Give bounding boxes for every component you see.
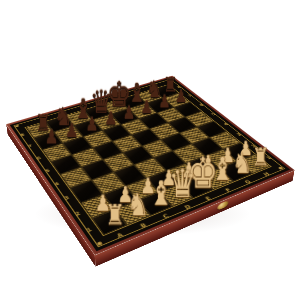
gold-corner-ornament-icon — [15, 125, 20, 128]
file-label-c: C — [162, 213, 170, 219]
piece-black-pawn: ♟ — [85, 115, 98, 132]
file-label-g: G — [244, 179, 252, 184]
file-label-d: D — [183, 204, 192, 210]
gold-corner-ornament-icon — [278, 166, 284, 170]
rank-label-3-left: 3 — [63, 195, 70, 201]
rank-label-7-right: 7 — [187, 94, 193, 97]
piece-white-rook: ♜ — [105, 203, 125, 229]
piece-black-pawn: ♟ — [45, 128, 59, 146]
rank-label-4-right: 4 — [223, 122, 230, 126]
perspective-wrapper: ♜♞♝♛♚♝♞♜♟♟♟♟♟♟♟♟♟♟♟♟♟♟♟♟♜♞♝♛♚♝♞♜ ABCDEFG… — [0, 0, 300, 300]
piece-black-pawn: ♟ — [175, 88, 187, 104]
piece-white-rook: ♜ — [252, 146, 269, 169]
chess-set-photo: ♜♞♝♛♚♝♞♜♟♟♟♟♟♟♟♟♟♟♟♟♟♟♟♟♜♞♝♛♚♝♞♜ ABCDEFG… — [0, 0, 300, 300]
rank-label-6-right: 6 — [198, 103, 204, 106]
piece-black-pawn: ♟ — [158, 93, 170, 109]
file-label-e: E — [204, 196, 212, 202]
rank-label-5-left: 5 — [44, 168, 51, 173]
rank-label-4-left: 4 — [53, 181, 60, 186]
mahogany-frame: ♜♞♝♛♚♝♞♜♟♟♟♟♟♟♟♟♟♟♟♟♟♟♟♟♜♞♝♛♚♝♞♜ ABCDEFG… — [6, 76, 295, 256]
piece-black-pawn: ♟ — [141, 99, 154, 116]
rank-label-6-left: 6 — [35, 156, 41, 161]
board-surface: ♜♞♝♛♚♝♞♜♟♟♟♟♟♟♟♟♟♟♟♟♟♟♟♟♜♞♝♛♚♝♞♜ ABCDEFG… — [10, 77, 290, 251]
piece-black-pawn: ♟ — [123, 104, 136, 121]
piece-black-pawn: ♟ — [104, 110, 117, 127]
rank-label-8-left: 8 — [19, 133, 25, 137]
piece-white-bishop: ♝ — [149, 178, 173, 210]
piece-black-pawn: ♟ — [65, 121, 78, 139]
file-label-b: B — [139, 222, 147, 228]
rank-label-1-left: 1 — [85, 227, 93, 233]
chess-board: ♜♞♝♛♚♝♞♜♟♟♟♟♟♟♟♟♟♟♟♟♟♟♟♟♜♞♝♛♚♝♞♜ ABCDEFG… — [6, 76, 295, 256]
gold-corner-ornament-icon — [97, 241, 104, 246]
piece-white-knight: ♞ — [127, 190, 149, 219]
file-label-f: F — [224, 187, 232, 192]
piece-white-knight: ♞ — [232, 151, 252, 178]
square-h6 — [173, 102, 201, 117]
file-label-a: A — [116, 232, 125, 239]
file-label-h: H — [262, 172, 270, 177]
rank-label-7-left: 7 — [27, 144, 33, 148]
rank-label-5-right: 5 — [210, 112, 216, 116]
brass-latch-icon — [217, 200, 229, 211]
rank-label-2-left: 2 — [74, 210, 81, 216]
